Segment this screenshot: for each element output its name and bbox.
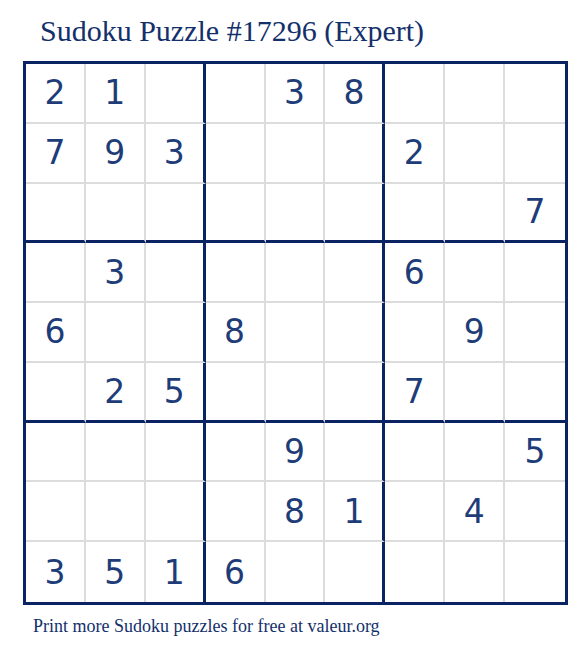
sudoku-cell-r5c2 <box>86 303 146 363</box>
sudoku-cell-r7c4 <box>206 423 266 483</box>
sudoku-cell-r2c7: 2 <box>385 124 445 184</box>
sudoku-cell-r6c9 <box>505 363 565 423</box>
sudoku-cell-r6c2: 2 <box>86 363 146 423</box>
sudoku-cell-r4c1 <box>26 243 86 303</box>
sudoku-cell-r4c6 <box>325 243 385 303</box>
sudoku-cell-r2c8 <box>445 124 505 184</box>
sudoku-cell-r9c2: 5 <box>86 542 146 602</box>
sudoku-cell-r5c4: 8 <box>206 303 266 363</box>
sudoku-cell-r1c6: 8 <box>325 64 385 124</box>
sudoku-cell-r2c3: 3 <box>146 124 206 184</box>
sudoku-cell-r3c1 <box>26 184 86 244</box>
sudoku-cell-r1c9 <box>505 64 565 124</box>
sudoku-cell-r5c3 <box>146 303 206 363</box>
sudoku-cell-r6c3: 5 <box>146 363 206 423</box>
sudoku-cell-r2c6 <box>325 124 385 184</box>
sudoku-cell-r1c8 <box>445 64 505 124</box>
sudoku-cell-r7c8 <box>445 423 505 483</box>
sudoku-cell-r9c7 <box>385 542 445 602</box>
sudoku-cell-r6c5 <box>266 363 326 423</box>
sudoku-cell-r1c3 <box>146 64 206 124</box>
sudoku-cell-r1c2: 1 <box>86 64 146 124</box>
sudoku-cell-r4c5 <box>266 243 326 303</box>
sudoku-cell-r9c4: 6 <box>206 542 266 602</box>
sudoku-cell-r8c5: 8 <box>266 482 326 542</box>
sudoku-cell-r1c4 <box>206 64 266 124</box>
sudoku-cell-r5c9 <box>505 303 565 363</box>
sudoku-cell-r3c8 <box>445 184 505 244</box>
sudoku-cell-r9c9 <box>505 542 565 602</box>
sudoku-cell-r8c3 <box>146 482 206 542</box>
sudoku-cell-r3c3 <box>146 184 206 244</box>
sudoku-cell-r2c9 <box>505 124 565 184</box>
sudoku-cell-r8c2 <box>86 482 146 542</box>
sudoku-cell-r7c1 <box>26 423 86 483</box>
sudoku-cell-r6c7: 7 <box>385 363 445 423</box>
sudoku-cell-r3c4 <box>206 184 266 244</box>
sudoku-cell-r7c9: 5 <box>505 423 565 483</box>
sudoku-cell-r3c5 <box>266 184 326 244</box>
sudoku-cell-r4c8 <box>445 243 505 303</box>
sudoku-cell-r9c8 <box>445 542 505 602</box>
sudoku-cell-r9c3: 1 <box>146 542 206 602</box>
sudoku-cell-r3c7 <box>385 184 445 244</box>
sudoku-cell-r3c2 <box>86 184 146 244</box>
sudoku-cell-r7c3 <box>146 423 206 483</box>
sudoku-cell-r7c5: 9 <box>266 423 326 483</box>
sudoku-cell-r6c8 <box>445 363 505 423</box>
sudoku-cell-r9c6 <box>325 542 385 602</box>
sudoku-cell-r5c1: 6 <box>26 303 86 363</box>
sudoku-cell-r3c9: 7 <box>505 184 565 244</box>
sudoku-cell-r8c6: 1 <box>325 482 385 542</box>
sudoku-cell-r5c5 <box>266 303 326 363</box>
sudoku-cell-r1c5: 3 <box>266 64 326 124</box>
sudoku-cell-r5c6 <box>325 303 385 363</box>
sudoku-cell-r4c9 <box>505 243 565 303</box>
sudoku-cell-r2c2: 9 <box>86 124 146 184</box>
sudoku-cell-r2c4 <box>206 124 266 184</box>
sudoku-cell-r8c1 <box>26 482 86 542</box>
sudoku-cell-r9c1: 3 <box>26 542 86 602</box>
sudoku-cell-r4c7: 6 <box>385 243 445 303</box>
sudoku-cell-r8c9 <box>505 482 565 542</box>
sudoku-board: 21387932736689257958143516 <box>23 61 568 605</box>
sudoku-cell-r7c6 <box>325 423 385 483</box>
sudoku-cell-r3c6 <box>325 184 385 244</box>
sudoku-cell-r4c2: 3 <box>86 243 146 303</box>
sudoku-cell-r4c4 <box>206 243 266 303</box>
sudoku-cell-r6c6 <box>325 363 385 423</box>
sudoku-cell-r4c3 <box>146 243 206 303</box>
footer-text: Print more Sudoku puzzles for free at va… <box>33 616 380 637</box>
sudoku-cell-r5c7 <box>385 303 445 363</box>
sudoku-cell-r5c8: 9 <box>445 303 505 363</box>
sudoku-cell-r1c7 <box>385 64 445 124</box>
sudoku-cell-r2c1: 7 <box>26 124 86 184</box>
sudoku-cell-r1c1: 2 <box>26 64 86 124</box>
sudoku-cell-r6c4 <box>206 363 266 423</box>
page-title: Sudoku Puzzle #17296 (Expert) <box>40 14 424 48</box>
sudoku-cell-r8c8: 4 <box>445 482 505 542</box>
sudoku-cell-r7c2 <box>86 423 146 483</box>
sudoku-cell-r2c5 <box>266 124 326 184</box>
sudoku-cell-r8c7 <box>385 482 445 542</box>
sudoku-cell-r7c7 <box>385 423 445 483</box>
sudoku-cell-r8c4 <box>206 482 266 542</box>
sudoku-cell-r9c5 <box>266 542 326 602</box>
sudoku-cell-r6c1 <box>26 363 86 423</box>
